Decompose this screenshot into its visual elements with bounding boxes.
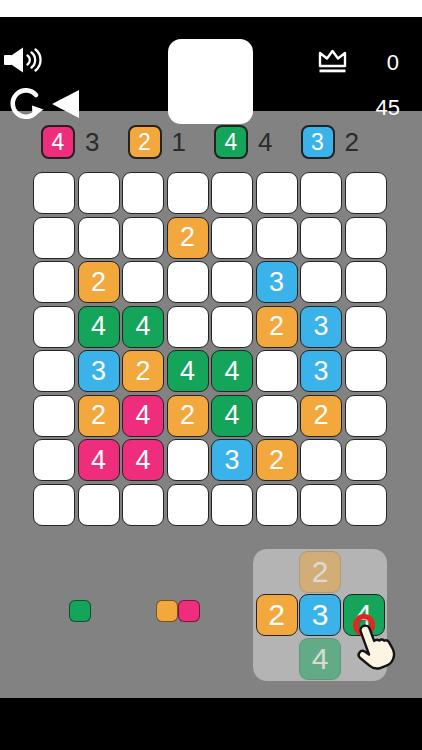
grid-tile[interactable]: 2: [300, 395, 342, 437]
status-bar-strip: [0, 0, 422, 17]
grid-tile[interactable]: 3: [78, 350, 120, 392]
tray-empty-cell: [256, 638, 298, 680]
legend-count: 3: [85, 127, 99, 158]
grid-tile[interactable]: 4: [78, 439, 120, 481]
grid-cell[interactable]: [211, 217, 253, 259]
grid-cell[interactable]: [211, 306, 253, 348]
back-icon[interactable]: [51, 90, 80, 118]
grid-cell[interactable]: [167, 261, 209, 303]
grid-cell[interactable]: [300, 261, 342, 303]
grid-tile[interactable]: 4: [167, 350, 209, 392]
grid-cell[interactable]: [211, 261, 253, 303]
grid-cell[interactable]: [256, 395, 298, 437]
grid-tile[interactable]: 3: [300, 350, 342, 392]
grid-cell[interactable]: [33, 306, 75, 348]
grid-cell[interactable]: [345, 217, 387, 259]
grid-tile[interactable]: 2: [167, 395, 209, 437]
tray-tile[interactable]: 2: [256, 594, 298, 636]
grid-cell[interactable]: [122, 172, 164, 214]
grid-cell[interactable]: [211, 172, 253, 214]
grid-cell[interactable]: [33, 350, 75, 392]
preview-mini-tile: [178, 600, 200, 622]
grid-tile[interactable]: 4: [122, 439, 164, 481]
grid-cell[interactable]: [33, 484, 75, 526]
legend-item: 43: [41, 125, 128, 159]
grid-tile[interactable]: 2: [256, 439, 298, 481]
grid-tile[interactable]: 4: [78, 306, 120, 348]
grid-tile[interactable]: 4: [211, 395, 253, 437]
grid-tile[interactable]: 3: [300, 306, 342, 348]
grid-cell[interactable]: [33, 439, 75, 481]
legend-item: 44: [214, 125, 301, 159]
grid-cell[interactable]: [345, 395, 387, 437]
grid-cell[interactable]: [345, 484, 387, 526]
grid-cell[interactable]: [33, 172, 75, 214]
upcoming-piece-2: [156, 600, 200, 622]
grid-cell[interactable]: [122, 217, 164, 259]
legend-tile-icon: 4: [41, 125, 75, 159]
legend-item: 21: [128, 125, 215, 159]
tray-ghost-tile: 2: [299, 551, 341, 593]
grid-cell[interactable]: [167, 306, 209, 348]
grid-cell[interactable]: [256, 217, 298, 259]
grid-cell[interactable]: [167, 172, 209, 214]
grid-tile[interactable]: 2: [256, 306, 298, 348]
legend-count: 1: [172, 127, 186, 158]
grid-tile[interactable]: 4: [122, 395, 164, 437]
legend-count: 2: [345, 127, 359, 158]
grid-cell[interactable]: [78, 484, 120, 526]
legend: 43214432: [41, 125, 387, 159]
grid-tile[interactable]: 3: [256, 261, 298, 303]
sound-icon[interactable]: [4, 47, 46, 73]
grid-cell[interactable]: [33, 217, 75, 259]
grid-cell[interactable]: [345, 350, 387, 392]
game-screen: 0 45 43214432 223442332443242424432 2234…: [0, 0, 422, 750]
legend-tile-icon: 3: [301, 125, 335, 159]
preview-mini-tile: [156, 600, 178, 622]
grid-cell[interactable]: [345, 261, 387, 303]
grid-cell[interactable]: [122, 484, 164, 526]
grid-tile[interactable]: 2: [122, 350, 164, 392]
tray-ghost-tile: 4: [299, 638, 341, 680]
legend-tile-icon: 2: [128, 125, 162, 159]
legend-count: 4: [258, 127, 272, 158]
grid-cell[interactable]: [78, 172, 120, 214]
grid-cell[interactable]: [167, 439, 209, 481]
legend-item: 32: [301, 125, 388, 159]
level-thumbnail[interactable]: [168, 39, 253, 124]
grid-cell[interactable]: [345, 172, 387, 214]
grid-cell[interactable]: [122, 261, 164, 303]
tray-empty-cell: [343, 551, 385, 593]
grid-tile[interactable]: 4: [122, 306, 164, 348]
tray-empty-cell: [256, 551, 298, 593]
grid-cell[interactable]: [345, 439, 387, 481]
tray-tile[interactable]: 3: [299, 594, 341, 636]
header-bar: 0 45: [0, 17, 422, 111]
grid-cell[interactable]: [33, 395, 75, 437]
grid-cell[interactable]: [345, 306, 387, 348]
upcoming-piece-1: [69, 600, 91, 622]
grid-cell[interactable]: [211, 484, 253, 526]
footer-bar: [0, 698, 422, 750]
grid-tile[interactable]: 2: [78, 261, 120, 303]
grid-cell[interactable]: [256, 350, 298, 392]
grid-cell[interactable]: [300, 439, 342, 481]
grid-tile[interactable]: 2: [167, 217, 209, 259]
grid-cell[interactable]: [78, 217, 120, 259]
grid-cell[interactable]: [256, 484, 298, 526]
grid-tile[interactable]: 4: [211, 350, 253, 392]
restart-icon[interactable]: [8, 87, 44, 121]
board: 223442332443242424432: [33, 172, 387, 526]
grid-cell[interactable]: [33, 261, 75, 303]
legend-tile-icon: 4: [214, 125, 248, 159]
grid-tile[interactable]: 2: [78, 395, 120, 437]
grid-cell[interactable]: [300, 172, 342, 214]
preview-mini-tile: [69, 600, 91, 622]
grid-cell[interactable]: [167, 484, 209, 526]
grid-cell[interactable]: [300, 484, 342, 526]
grid-tile[interactable]: 3: [211, 439, 253, 481]
grid-cell[interactable]: [300, 217, 342, 259]
grid-cell[interactable]: [256, 172, 298, 214]
counter-label: 45: [340, 96, 400, 120]
crown-count-label: 0: [339, 51, 399, 75]
